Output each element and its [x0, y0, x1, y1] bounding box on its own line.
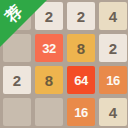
tile-4: 4	[99, 98, 127, 126]
tile-2: 2	[3, 66, 31, 94]
tile-4: 4	[99, 2, 127, 30]
corner-ribbon	[0, 0, 47, 47]
tile-2: 2	[67, 2, 95, 30]
empty-cell	[3, 98, 31, 126]
screenshot-root: { "game": "2048", "position": { "rows": …	[0, 0, 128, 128]
tile-8: 8	[67, 34, 95, 62]
tile-16: 16	[99, 66, 127, 94]
tile-64: 64	[67, 66, 95, 94]
empty-cell	[35, 98, 63, 126]
tile-16: 16	[67, 98, 95, 126]
tile-2: 2	[99, 34, 127, 62]
tile-8: 8	[35, 66, 63, 94]
